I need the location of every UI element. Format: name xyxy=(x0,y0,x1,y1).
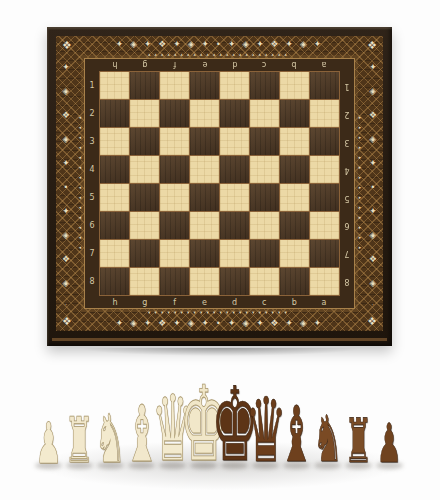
triangle-inlay-left: ◂◂◂◂◂◂◂◂◂◂◂◂◂◂ xyxy=(76,70,83,297)
square-d8[interactable] xyxy=(220,268,249,295)
tray-slot-white-pawn: ♟ xyxy=(33,421,64,465)
rank-label-left-3: 3 xyxy=(85,128,99,156)
square-e5[interactable] xyxy=(190,184,219,211)
square-d1[interactable] xyxy=(220,72,249,99)
square-a7[interactable] xyxy=(310,240,339,267)
ornament-band-bottom: ✦ ◈ ✦ ❖ ✦ ◈ ✦ • ✦ ◈ ✦ ❖ ✦ ◈ ✦ xyxy=(82,316,357,330)
file-label-top-h: h xyxy=(100,59,130,71)
square-d7[interactable] xyxy=(220,240,249,267)
corner-rosette-icon: ❖ xyxy=(62,39,72,52)
triangle-inlay-bottom: ▾▾▾▾▾▾▾▾▾▾▾▾▾▾▾▾▾▾▾▾▾▾ xyxy=(90,309,349,316)
rank-label-right-3: 3 xyxy=(340,128,354,156)
square-e8[interactable] xyxy=(190,268,219,295)
corner-rosette-icon: ❖ xyxy=(62,315,72,328)
file-labels-top: hgfedcba xyxy=(100,59,339,71)
rank-label-right-7: 7 xyxy=(340,239,354,267)
file-label-bottom-g: g xyxy=(130,296,160,308)
square-a1[interactable] xyxy=(310,72,339,99)
tray-slot-brown-pawn: ♟ xyxy=(374,423,405,465)
square-b5[interactable] xyxy=(280,184,309,211)
rank-label-right-8: 8 xyxy=(340,267,354,295)
square-e4[interactable] xyxy=(190,156,219,183)
square-h1[interactable] xyxy=(100,72,129,99)
square-h2[interactable] xyxy=(100,100,129,127)
square-e7[interactable] xyxy=(190,240,219,267)
pieces-row: ♟♜♞♝♛♚♚♛♝♞♜♟ xyxy=(33,383,405,465)
square-a6[interactable] xyxy=(310,212,339,239)
square-b2[interactable] xyxy=(280,100,309,127)
file-label-top-d: d xyxy=(220,59,250,71)
file-label-bottom-f: f xyxy=(160,296,190,308)
file-label-bottom-h: h xyxy=(100,296,130,308)
rank-labels-right: 12345678 xyxy=(340,72,354,295)
square-g2[interactable] xyxy=(130,100,159,127)
square-c7[interactable] xyxy=(250,240,279,267)
rank-label-left-5: 5 xyxy=(85,184,99,212)
square-d5[interactable] xyxy=(220,184,249,211)
rank-label-left-8: 8 xyxy=(85,267,99,295)
board-frame: ✦ ◈ ✦ ❖ ✦ ◈ ✦ • ✦ ◈ ✦ ❖ ✦ ◈ ✦ ✦ ◈ ✦ ❖ ✦ … xyxy=(47,27,392,346)
file-label-bottom-d: d xyxy=(220,296,250,308)
square-e1[interactable] xyxy=(190,72,219,99)
triangle-inlay-top: ▴▴▴▴▴▴▴▴▴▴▴▴▴▴▴▴▴▴▴▴▴▴ xyxy=(90,51,349,58)
square-g8[interactable] xyxy=(130,268,159,295)
product-photo: ✦ ◈ ✦ ❖ ✦ ◈ ✦ • ✦ ◈ ✦ ❖ ✦ ◈ ✦ ✦ ◈ ✦ ❖ ✦ … xyxy=(0,0,440,500)
square-e6[interactable] xyxy=(190,212,219,239)
tray-slot-brown-bishop: ♝ xyxy=(281,405,312,465)
square-c4[interactable] xyxy=(250,156,279,183)
mosaic-border: ✦ ◈ ✦ ❖ ✦ ◈ ✦ • ✦ ◈ ✦ ❖ ✦ ◈ ✦ ✦ ◈ ✦ ❖ ✦ … xyxy=(56,36,383,331)
square-a4[interactable] xyxy=(310,156,339,183)
file-label-bottom-c: c xyxy=(249,296,279,308)
square-c5[interactable] xyxy=(250,184,279,211)
file-label-top-g: g xyxy=(130,59,160,71)
file-label-top-b: b xyxy=(279,59,309,71)
ornament-band-top: ✦ ◈ ✦ ❖ ✦ ◈ ✦ • ✦ ◈ ✦ ❖ ✦ ◈ ✦ xyxy=(82,37,357,51)
tray-piece-brown-rook[interactable]: ♜ xyxy=(344,417,372,465)
square-g5[interactable] xyxy=(130,184,159,211)
square-d4[interactable] xyxy=(220,156,249,183)
file-label-top-a: a xyxy=(309,59,339,71)
square-d3[interactable] xyxy=(220,128,249,155)
frame-bottom-rail xyxy=(52,338,387,341)
square-a5[interactable] xyxy=(310,184,339,211)
corner-rosette-icon: ❖ xyxy=(367,39,377,52)
rank-label-right-1: 1 xyxy=(340,72,354,100)
square-h7[interactable] xyxy=(100,240,129,267)
triangle-inlay-right: ▸▸▸▸▸▸▸▸▸▸▸▸▸▸ xyxy=(356,70,363,297)
corner-rosette-icon: ❖ xyxy=(367,315,377,328)
square-a3[interactable] xyxy=(310,128,339,155)
ornament-band-right: ✦ ◈ ❖ ◈ ✦ • ✦ ◈ ❖ ◈ ✦ xyxy=(365,62,381,305)
rank-label-left-7: 7 xyxy=(85,239,99,267)
file-labels-bottom: hgfedcba xyxy=(100,296,339,308)
tray-piece-brown-knight[interactable]: ♞ xyxy=(313,415,343,465)
square-g1[interactable] xyxy=(130,72,159,99)
square-b7[interactable] xyxy=(280,240,309,267)
square-b4[interactable] xyxy=(280,156,309,183)
square-c2[interactable] xyxy=(250,100,279,127)
tray-piece-brown-bishop[interactable]: ♝ xyxy=(279,405,315,465)
file-label-top-e: e xyxy=(190,59,220,71)
ornament-band-left: ✦ ◈ ❖ ◈ ✦ • ✦ ◈ ❖ ◈ ✦ xyxy=(58,62,74,305)
square-c8[interactable] xyxy=(250,268,279,295)
square-g7[interactable] xyxy=(130,240,159,267)
file-label-bottom-b: b xyxy=(279,296,309,308)
square-b8[interactable] xyxy=(280,268,309,295)
square-f1[interactable] xyxy=(160,72,189,99)
square-f3[interactable] xyxy=(160,128,189,155)
tray-slot-brown-rook: ♜ xyxy=(343,417,374,465)
tray-piece-white-knight[interactable]: ♞ xyxy=(95,413,126,465)
square-f7[interactable] xyxy=(160,240,189,267)
coord-frame: hgfedcba hgfedcba 12345678 12345678 xyxy=(84,58,355,309)
square-c6[interactable] xyxy=(250,212,279,239)
square-h5[interactable] xyxy=(100,184,129,211)
file-label-top-f: f xyxy=(160,59,190,71)
square-h6[interactable] xyxy=(100,212,129,239)
rank-label-left-6: 6 xyxy=(85,211,99,239)
square-a2[interactable] xyxy=(310,100,339,127)
square-b1[interactable] xyxy=(280,72,309,99)
square-f5[interactable] xyxy=(160,184,189,211)
square-d2[interactable] xyxy=(220,100,249,127)
rank-label-left-4: 4 xyxy=(85,156,99,184)
tray-piece-brown-pawn[interactable]: ♟ xyxy=(377,423,402,465)
tray-slot-white-knight: ♞ xyxy=(95,413,126,465)
square-g3[interactable] xyxy=(130,128,159,155)
square-e2[interactable] xyxy=(190,100,219,127)
file-label-bottom-e: e xyxy=(190,296,220,308)
square-h8[interactable] xyxy=(100,268,129,295)
square-h4[interactable] xyxy=(100,156,129,183)
square-g4[interactable] xyxy=(130,156,159,183)
square-f8[interactable] xyxy=(160,268,189,295)
file-label-top-c: c xyxy=(249,59,279,71)
rank-label-left-2: 2 xyxy=(85,100,99,128)
square-e3[interactable] xyxy=(190,128,219,155)
chess-board: ✦ ◈ ✦ ❖ ✦ ◈ ✦ • ✦ ◈ ✦ ❖ ✦ ◈ ✦ ✦ ◈ ✦ ❖ ✦ … xyxy=(47,27,392,346)
square-h3[interactable] xyxy=(100,128,129,155)
rank-label-right-6: 6 xyxy=(340,211,354,239)
rank-labels-left: 12345678 xyxy=(85,72,99,295)
rank-label-right-2: 2 xyxy=(340,100,354,128)
square-f4[interactable] xyxy=(160,156,189,183)
board-grid xyxy=(99,71,340,296)
tray-slot-white-rook: ♜ xyxy=(64,416,95,465)
square-c1[interactable] xyxy=(250,72,279,99)
square-g6[interactable] xyxy=(130,212,159,239)
tray-slot-brown-knight: ♞ xyxy=(312,415,343,465)
square-a8[interactable] xyxy=(310,268,339,295)
square-f6[interactable] xyxy=(160,212,189,239)
square-c3[interactable] xyxy=(250,128,279,155)
rank-label-right-4: 4 xyxy=(340,156,354,184)
square-f2[interactable] xyxy=(160,100,189,127)
tray-slot-brown-queen: ♛ xyxy=(250,396,281,465)
square-b6[interactable] xyxy=(280,212,309,239)
rank-label-right-5: 5 xyxy=(340,184,354,212)
rank-label-left-1: 1 xyxy=(85,72,99,100)
square-d6[interactable] xyxy=(220,212,249,239)
tray-piece-white-rook[interactable]: ♜ xyxy=(65,416,94,465)
tray-piece-white-pawn[interactable]: ♟ xyxy=(35,421,62,465)
board-shadow xyxy=(44,348,396,358)
file-label-bottom-a: a xyxy=(309,296,339,308)
square-b3[interactable] xyxy=(280,128,309,155)
